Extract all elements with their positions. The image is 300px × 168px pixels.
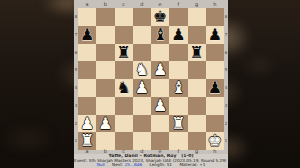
square-c7[interactable]	[115, 26, 133, 44]
square-b2[interactable]: ♟	[96, 115, 114, 133]
square-b8[interactable]	[96, 8, 114, 26]
rank-label-5: 5	[224, 61, 228, 79]
next-move-field: Next: 25...Bd6	[112, 163, 142, 167]
square-a4[interactable]	[78, 79, 96, 97]
square-g8[interactable]	[188, 8, 206, 26]
piece-bP-h7[interactable]: ♟	[206, 26, 224, 44]
piece-wP-d4[interactable]: ♟	[133, 79, 151, 97]
file-label-g: g	[188, 0, 206, 8]
square-h7[interactable]: ♟	[206, 26, 224, 44]
chess-board: ♚♟♝♟♟♜♜♞♟♞♟♝♟♟♟♟♜♜♚	[78, 8, 224, 150]
piece-wR-f2[interactable]: ♜	[169, 115, 187, 133]
event-info: Event: 5th Sharjah Masters 2023, Sharjah…	[74, 159, 227, 163]
square-h5[interactable]	[206, 61, 224, 79]
file-label-f: f	[169, 0, 187, 8]
next-label: Next:	[112, 163, 123, 167]
square-e2[interactable]	[151, 115, 169, 133]
file-label-b: b	[96, 0, 114, 8]
rank-label-2: 2	[224, 115, 228, 133]
file-labels-top: abcdefgh	[78, 0, 224, 8]
blurred-background-right	[228, 0, 300, 168]
piece-wP-b2[interactable]: ♟	[96, 115, 114, 133]
rank-labels-right: 87654321	[224, 8, 228, 150]
piece-wP-a2[interactable]: ♟	[78, 115, 96, 133]
square-f3[interactable]	[169, 97, 187, 115]
square-c5[interactable]	[115, 61, 133, 79]
square-d8[interactable]	[133, 8, 151, 26]
piece-bP-f7[interactable]: ♟	[169, 26, 187, 44]
square-e8[interactable]: ♚	[151, 8, 169, 26]
game-status-bar: Yaffe, Danil – Rotman, Roy (1-0) Event: …	[74, 154, 228, 168]
piece-wP-e5[interactable]: ♟	[151, 61, 169, 79]
square-a6[interactable]	[78, 44, 96, 62]
square-g5[interactable]	[188, 61, 206, 79]
blurred-background-left	[0, 0, 74, 168]
length-value: 51	[167, 163, 172, 167]
square-a5[interactable]	[78, 61, 96, 79]
square-f7[interactable]: ♟	[169, 26, 187, 44]
material-value: +1	[199, 163, 205, 167]
piece-bR-c6[interactable]: ♜	[115, 44, 133, 62]
next-move-value[interactable]: 25...Bd6	[125, 163, 143, 167]
square-c2[interactable]	[115, 115, 133, 133]
square-c4[interactable]: ♞	[115, 79, 133, 97]
file-label-d: d	[133, 0, 151, 8]
square-f6[interactable]	[169, 44, 187, 62]
engine-status-line: Null Next: 25...Bd6 Length: 51 Material:…	[74, 163, 228, 168]
square-d7[interactable]	[133, 26, 151, 44]
square-c3[interactable]	[115, 97, 133, 115]
square-g7[interactable]	[188, 26, 206, 44]
material-field: Material: +1	[179, 163, 205, 167]
rank-label-7: 7	[224, 26, 228, 44]
square-e5[interactable]: ♟	[151, 61, 169, 79]
piece-wN-d5[interactable]: ♞	[133, 61, 151, 79]
square-c8[interactable]	[115, 8, 133, 26]
square-g3[interactable]	[188, 97, 206, 115]
rank-label-1: 1	[224, 132, 228, 150]
square-f2[interactable]: ♜	[169, 115, 187, 133]
square-d2[interactable]	[133, 115, 151, 133]
square-h8[interactable]	[206, 8, 224, 26]
square-d6[interactable]	[133, 44, 151, 62]
square-b4[interactable]	[96, 79, 114, 97]
piece-wP-e3[interactable]: ♟	[151, 97, 169, 115]
square-a8[interactable]	[78, 8, 96, 26]
piece-bB-e7[interactable]: ♝	[151, 26, 169, 44]
square-f4[interactable]: ♝	[169, 79, 187, 97]
square-d5[interactable]: ♞	[133, 61, 151, 79]
square-a7[interactable]: ♟	[78, 26, 96, 44]
blur-smear-right	[228, 0, 300, 168]
square-h3[interactable]	[206, 97, 224, 115]
piece-bN-c4[interactable]: ♞	[115, 79, 133, 97]
rank-label-4: 4	[224, 79, 228, 97]
square-c6[interactable]: ♜	[115, 44, 133, 62]
length-label: Length:	[150, 163, 166, 167]
blur-smear-left	[0, 0, 74, 168]
square-h2[interactable]	[206, 115, 224, 133]
length-field: Length: 51	[150, 163, 173, 167]
material-label: Material:	[179, 163, 197, 167]
square-b3[interactable]	[96, 97, 114, 115]
black-player-name: Rotman, Roy	[143, 154, 176, 158]
players-separator: –	[140, 154, 142, 158]
square-f8[interactable]	[169, 8, 187, 26]
rank-label-8: 8	[224, 8, 228, 26]
square-b6[interactable]	[96, 44, 114, 62]
square-g6[interactable]: ♜	[188, 44, 206, 62]
square-e3[interactable]: ♟	[151, 97, 169, 115]
file-label-h: h	[206, 0, 224, 8]
rank-label-6: 6	[224, 44, 228, 62]
square-b7[interactable]	[96, 26, 114, 44]
piece-bP-h4[interactable]: ♟	[206, 79, 224, 97]
square-h6[interactable]	[206, 44, 224, 62]
square-f5[interactable]	[169, 61, 187, 79]
chess-app-window: abcdefgh 87654321 87654321 ♚♟♝♟♟♜♜♞♟♞♟♝♟…	[74, 0, 228, 168]
piece-bP-a7[interactable]: ♟	[78, 26, 96, 44]
square-g4[interactable]	[188, 79, 206, 97]
piece-bR-g6[interactable]: ♜	[188, 44, 206, 62]
square-a3[interactable]	[78, 97, 96, 115]
white-player-name: Yaffe, Danil	[108, 154, 138, 158]
square-e4[interactable]	[151, 79, 169, 97]
file-label-c: c	[115, 0, 133, 8]
square-d3[interactable]	[133, 97, 151, 115]
square-e6[interactable]	[151, 44, 169, 62]
square-h4[interactable]: ♟	[206, 79, 224, 97]
rank-label-3: 3	[224, 97, 228, 115]
piece-bK-e8[interactable]: ♚	[151, 8, 169, 26]
file-label-a: a	[78, 0, 96, 8]
game-result: (1-0)	[181, 154, 194, 158]
nav-item[interactable]: Null	[97, 163, 105, 167]
square-g2[interactable]	[188, 115, 206, 133]
square-e7[interactable]: ♝	[151, 26, 169, 44]
square-b5[interactable]	[96, 61, 114, 79]
piece-wB-f4[interactable]: ♝	[169, 79, 187, 97]
square-d4[interactable]: ♟	[133, 79, 151, 97]
square-a2[interactable]: ♟	[78, 115, 96, 133]
